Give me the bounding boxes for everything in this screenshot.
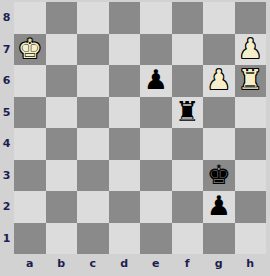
- square-g7[interactable]: [203, 34, 235, 66]
- square-b3[interactable]: [46, 160, 78, 192]
- square-f2[interactable]: [172, 191, 204, 223]
- square-a5[interactable]: [14, 97, 46, 129]
- chess-diagram: ♚♟♟♟♜♜♚♟ 87654321 abcdefgh: [0, 0, 270, 276]
- square-d4[interactable]: [109, 128, 141, 160]
- square-e6[interactable]: ♟: [140, 65, 172, 97]
- square-e3[interactable]: [140, 160, 172, 192]
- white-pawn[interactable]: ♟: [207, 66, 231, 93]
- square-a8[interactable]: [14, 2, 46, 34]
- file-label-h: h: [235, 254, 267, 272]
- square-g6[interactable]: ♟: [203, 65, 235, 97]
- square-c1[interactable]: [77, 223, 109, 255]
- square-f6[interactable]: [172, 65, 204, 97]
- square-a4[interactable]: [14, 128, 46, 160]
- square-e8[interactable]: [140, 2, 172, 34]
- square-a1[interactable]: [14, 223, 46, 255]
- rank-label-8: 8: [0, 2, 13, 34]
- rank-label-4: 4: [0, 128, 13, 160]
- rank-label-1: 1: [0, 223, 13, 255]
- rank-label-5: 5: [0, 97, 13, 129]
- square-a2[interactable]: [14, 191, 46, 223]
- square-b1[interactable]: [46, 223, 78, 255]
- square-d5[interactable]: [109, 97, 141, 129]
- white-pawn[interactable]: ♟: [238, 35, 262, 62]
- square-h3[interactable]: [235, 160, 267, 192]
- square-b5[interactable]: [46, 97, 78, 129]
- square-h1[interactable]: [235, 223, 267, 255]
- rank-label-7: 7: [0, 34, 13, 66]
- file-label-b: b: [46, 254, 78, 272]
- file-label-c: c: [77, 254, 109, 272]
- square-d2[interactable]: [109, 191, 141, 223]
- square-g5[interactable]: [203, 97, 235, 129]
- square-c5[interactable]: [77, 97, 109, 129]
- square-e7[interactable]: [140, 34, 172, 66]
- square-d6[interactable]: [109, 65, 141, 97]
- rank-label-3: 3: [0, 160, 13, 192]
- square-a7[interactable]: ♚: [14, 34, 46, 66]
- square-e1[interactable]: [140, 223, 172, 255]
- file-label-a: a: [14, 254, 46, 272]
- white-rook[interactable]: ♜: [238, 66, 262, 93]
- square-f5[interactable]: ♜: [172, 97, 204, 129]
- square-g3[interactable]: ♚: [203, 160, 235, 192]
- file-label-e: e: [140, 254, 172, 272]
- square-g8[interactable]: [203, 2, 235, 34]
- square-b7[interactable]: [46, 34, 78, 66]
- square-g2[interactable]: ♟: [203, 191, 235, 223]
- square-f1[interactable]: [172, 223, 204, 255]
- square-b6[interactable]: [46, 65, 78, 97]
- rank-label-6: 6: [0, 65, 13, 97]
- square-f8[interactable]: [172, 2, 204, 34]
- square-f7[interactable]: [172, 34, 204, 66]
- square-h6[interactable]: ♜: [235, 65, 267, 97]
- square-h8[interactable]: [235, 2, 267, 34]
- square-b2[interactable]: [46, 191, 78, 223]
- square-b8[interactable]: [46, 2, 78, 34]
- black-pawn[interactable]: ♟: [144, 66, 168, 93]
- rank-label-2: 2: [0, 191, 13, 223]
- black-pawn[interactable]: ♟: [207, 192, 231, 219]
- file-label-f: f: [172, 254, 204, 272]
- black-king[interactable]: ♚: [207, 161, 231, 188]
- square-h4[interactable]: [235, 128, 267, 160]
- square-h5[interactable]: [235, 97, 267, 129]
- square-h7[interactable]: ♟: [235, 34, 267, 66]
- square-a3[interactable]: [14, 160, 46, 192]
- square-g4[interactable]: [203, 128, 235, 160]
- square-c2[interactable]: [77, 191, 109, 223]
- file-label-d: d: [109, 254, 141, 272]
- square-d3[interactable]: [109, 160, 141, 192]
- square-h2[interactable]: [235, 191, 267, 223]
- file-label-g: g: [203, 254, 235, 272]
- white-king[interactable]: ♚: [18, 35, 42, 62]
- square-c6[interactable]: [77, 65, 109, 97]
- square-d8[interactable]: [109, 2, 141, 34]
- square-c8[interactable]: [77, 2, 109, 34]
- black-rook[interactable]: ♜: [175, 98, 199, 125]
- square-a6[interactable]: [14, 65, 46, 97]
- square-d7[interactable]: [109, 34, 141, 66]
- chess-board: ♚♟♟♟♜♜♚♟: [14, 2, 266, 254]
- square-e4[interactable]: [140, 128, 172, 160]
- square-d1[interactable]: [109, 223, 141, 255]
- square-e5[interactable]: [140, 97, 172, 129]
- square-f4[interactable]: [172, 128, 204, 160]
- square-b4[interactable]: [46, 128, 78, 160]
- square-c4[interactable]: [77, 128, 109, 160]
- square-c7[interactable]: [77, 34, 109, 66]
- square-g1[interactable]: [203, 223, 235, 255]
- square-f3[interactable]: [172, 160, 204, 192]
- square-e2[interactable]: [140, 191, 172, 223]
- square-c3[interactable]: [77, 160, 109, 192]
